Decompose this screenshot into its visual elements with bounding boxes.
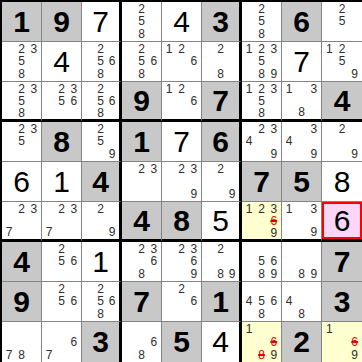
candidate-2: 2 — [135, 163, 147, 175]
empty-mark-slot — [123, 188, 135, 200]
cell-r9c3[interactable]: 3 — [82, 322, 122, 362]
empty-mark-slot — [43, 336, 55, 349]
empty-mark-slot — [243, 107, 255, 119]
empty-mark-slot — [28, 55, 40, 67]
given-digit: 4 — [133, 206, 150, 236]
candidate-1: 1 — [243, 43, 255, 55]
cell-r3c1[interactable]: 2358 — [2, 82, 42, 122]
empty-mark-slot — [255, 323, 267, 336]
candidate-5: 5 — [55, 255, 67, 267]
cell-r5c2[interactable]: 1 — [42, 162, 82, 202]
pencil-marks: 256 — [43, 243, 80, 280]
cell-r4c5[interactable]: 7 — [162, 122, 202, 162]
empty-mark-slot — [295, 148, 307, 160]
empty-mark-slot — [3, 323, 15, 336]
solved-digit: 7 — [92, 7, 109, 37]
empty-mark-slot — [28, 68, 40, 80]
cell-r6c7[interactable]: 12369 — [242, 202, 282, 242]
solved-digit: 5 — [212, 206, 229, 236]
empty-mark-slot — [255, 283, 267, 295]
solved-digit: 6 — [334, 206, 351, 236]
cell-r8c3[interactable]: 2568 — [82, 282, 122, 322]
empty-mark-slot — [95, 148, 107, 160]
empty-mark-slot — [308, 106, 320, 118]
candidate-2: 2 — [336, 123, 349, 135]
empty-mark-slot — [163, 175, 175, 187]
empty-mark-slot — [255, 243, 267, 255]
empty-mark-slot — [255, 135, 267, 147]
empty-mark-slot — [163, 95, 175, 107]
given-digit: 7 — [133, 287, 150, 317]
empty-mark-slot — [295, 123, 307, 135]
cell-r3c7[interactable]: 12358 — [242, 82, 282, 122]
pencil-marks: 89 — [283, 243, 320, 280]
empty-mark-slot — [203, 55, 215, 67]
empty-mark-slot — [123, 323, 135, 336]
pencil-marks: 237 — [43, 203, 80, 238]
empty-mark-slot — [83, 43, 95, 55]
empty-mark-slot — [43, 83, 55, 95]
empty-mark-slot — [268, 243, 280, 255]
cell-r3c9[interactable]: 4 — [322, 82, 362, 122]
empty-mark-slot — [3, 203, 15, 215]
empty-mark-slot — [336, 348, 349, 361]
empty-mark-slot — [15, 323, 27, 336]
given-digit: 4 — [13, 247, 30, 277]
pencil-marks: 258 — [123, 3, 160, 40]
candidate-8: 8 — [255, 348, 267, 361]
cell-r6c3[interactable]: 29 — [82, 202, 122, 242]
cell-r4c4[interactable]: 1 — [122, 122, 162, 162]
cell-r4c2[interactable]: 8 — [42, 122, 82, 162]
cell-r8c4[interactable]: 7 — [122, 282, 162, 322]
empty-mark-slot — [283, 243, 295, 255]
candidate-9: 9 — [268, 148, 280, 160]
candidate-3: 3 — [28, 83, 40, 95]
given-digit: 4 — [334, 86, 351, 116]
empty-mark-slot — [43, 295, 55, 307]
empty-mark-slot — [336, 68, 349, 80]
empty-mark-slot — [83, 215, 95, 226]
empty-mark-slot — [243, 268, 255, 280]
cell-r6c6[interactable]: 5 — [202, 202, 242, 242]
empty-mark-slot — [163, 163, 175, 175]
pencil-marks: 2568 — [83, 43, 118, 80]
cell-r6c8[interactable]: 139 — [282, 202, 322, 242]
empty-mark-slot — [135, 175, 147, 187]
candidate-2: 2 — [135, 43, 147, 55]
empty-mark-slot — [83, 148, 95, 160]
candidate-6: 6 — [68, 95, 80, 107]
given-digit: 1 — [212, 287, 229, 317]
candidate-9: 9 — [348, 68, 361, 80]
empty-mark-slot — [243, 227, 255, 239]
cell-r2c1[interactable]: 2358 — [2, 42, 42, 82]
empty-mark-slot — [175, 295, 187, 307]
cell-r6c5[interactable]: 8 — [162, 202, 202, 242]
empty-mark-slot — [163, 268, 175, 280]
solved-digit: 7 — [293, 47, 310, 77]
candidate-6: 6 — [348, 336, 361, 349]
candidate-2: 2 — [15, 123, 27, 135]
empty-mark-slot — [83, 107, 95, 119]
given-digit: 5 — [173, 327, 190, 357]
candidate-2: 2 — [95, 203, 107, 215]
empty-mark-slot — [123, 268, 135, 280]
empty-mark-slot — [323, 55, 336, 67]
empty-mark-slot — [226, 43, 238, 55]
candidate-3: 3 — [148, 243, 160, 255]
empty-mark-slot — [148, 15, 160, 27]
candidate-8: 8 — [95, 107, 107, 119]
cell-r2c6[interactable]: 28 — [202, 42, 242, 82]
cell-r9c9[interactable]: 169 — [322, 322, 362, 362]
empty-mark-slot — [336, 336, 349, 349]
empty-mark-slot — [295, 243, 307, 255]
cell-r2c3[interactable]: 2568 — [82, 42, 122, 82]
solved-digit: 1 — [53, 167, 70, 197]
empty-mark-slot — [215, 255, 227, 267]
empty-mark-slot — [203, 175, 215, 187]
empty-mark-slot — [295, 226, 307, 238]
empty-mark-slot — [15, 226, 27, 238]
empty-mark-slot — [323, 68, 336, 80]
solved-digit: 4 — [53, 47, 70, 77]
empty-mark-slot — [83, 95, 95, 107]
cell-r3c2[interactable]: 2356 — [42, 82, 82, 122]
candidate-3: 3 — [308, 123, 320, 135]
cell-r7c4[interactable]: 2368 — [122, 242, 162, 282]
empty-mark-slot — [295, 135, 307, 147]
empty-mark-slot — [226, 255, 238, 267]
empty-mark-slot — [3, 95, 15, 107]
cell-r6c4[interactable]: 4 — [122, 202, 162, 242]
candidate-9: 9 — [268, 227, 280, 239]
cell-r7c8[interactable]: 89 — [282, 242, 322, 282]
cell-r4c6[interactable]: 6 — [202, 122, 242, 162]
empty-mark-slot — [295, 295, 307, 307]
cell-r8c6[interactable]: 1 — [202, 282, 242, 322]
empty-mark-slot — [83, 123, 95, 135]
empty-mark-slot — [203, 268, 215, 280]
candidate-8: 8 — [255, 68, 267, 80]
empty-mark-slot — [295, 255, 307, 267]
candidate-8: 8 — [135, 348, 147, 361]
empty-mark-slot — [268, 323, 280, 336]
candidate-2: 2 — [255, 43, 267, 55]
candidate-8: 8 — [95, 308, 107, 320]
empty-mark-slot — [308, 95, 320, 106]
pencil-marks: 123589 — [243, 43, 280, 80]
empty-mark-slot — [308, 135, 320, 147]
candidate-6: 6 — [106, 95, 118, 107]
given-digit: 8 — [53, 127, 70, 157]
candidate-7: 7 — [3, 348, 15, 361]
candidate-1: 1 — [323, 43, 336, 55]
cell-r9c8[interactable]: 2 — [282, 322, 322, 362]
empty-mark-slot — [295, 215, 307, 226]
empty-mark-slot — [283, 95, 295, 106]
empty-mark-slot — [323, 336, 336, 349]
empty-mark-slot — [255, 148, 267, 160]
cell-r5c7[interactable]: 7 — [242, 162, 282, 202]
empty-mark-slot — [283, 255, 295, 267]
cell-r5c4[interactable]: 23 — [122, 162, 162, 202]
solved-digit: 6 — [13, 167, 30, 197]
empty-mark-slot — [175, 268, 187, 280]
candidate-9: 9 — [226, 268, 238, 280]
candidate-5: 5 — [95, 135, 107, 147]
cell-r2c4[interactable]: 2568 — [122, 42, 162, 82]
cell-r7c9[interactable]: 7 — [322, 242, 362, 282]
empty-mark-slot — [3, 135, 15, 147]
pencil-marks: 2568 — [83, 283, 118, 320]
cell-r8c8[interactable]: 48 — [282, 282, 322, 322]
candidate-2: 2 — [15, 203, 27, 215]
candidate-1: 1 — [283, 83, 295, 95]
cell-r8c5[interactable]: 26 — [162, 282, 202, 322]
candidate-9: 9 — [188, 268, 200, 280]
pencil-marks: 259 — [83, 123, 118, 160]
cell-r6c1[interactable]: 237 — [2, 202, 42, 242]
empty-mark-slot — [283, 106, 295, 118]
candidate-9: 9 — [268, 268, 280, 280]
empty-mark-slot — [28, 323, 40, 336]
empty-mark-slot — [83, 135, 95, 147]
candidate-2: 2 — [215, 163, 227, 175]
cell-r2c9[interactable]: 1259 — [322, 42, 362, 82]
pencil-marks: 2568 — [83, 83, 118, 118]
pencil-marks: 289 — [203, 243, 238, 280]
cell-r1c6[interactable]: 3 — [202, 2, 242, 42]
empty-mark-slot — [163, 55, 175, 67]
candidate-1: 1 — [283, 203, 295, 215]
empty-mark-slot — [163, 308, 175, 320]
cell-r3c3[interactable]: 2568 — [82, 82, 122, 122]
candidate-6: 6 — [268, 295, 280, 307]
cell-r9c2[interactable]: 67 — [42, 322, 82, 362]
given-digit: 9 — [133, 86, 150, 116]
cell-r1c9[interactable]: 25 — [322, 2, 362, 42]
empty-mark-slot — [175, 308, 187, 320]
empty-mark-slot — [203, 243, 215, 255]
candidate-5: 5 — [95, 55, 107, 67]
candidate-2: 2 — [55, 283, 67, 295]
cell-r1c3[interactable]: 7 — [82, 2, 122, 42]
candidate-3: 3 — [268, 43, 280, 55]
empty-mark-slot — [3, 107, 15, 119]
cell-r3c4[interactable]: 9 — [122, 82, 162, 122]
pencil-marks: 29 — [203, 163, 238, 200]
cell-r7c7[interactable]: 5689 — [242, 242, 282, 282]
given-digit: 3 — [334, 287, 351, 317]
empty-mark-slot — [135, 336, 147, 349]
empty-mark-slot — [348, 28, 361, 40]
empty-mark-slot — [83, 226, 95, 238]
empty-mark-slot — [268, 283, 280, 295]
pencil-marks: 1259 — [323, 43, 361, 80]
pencil-marks: 1689 — [243, 323, 280, 361]
cell-r5c9[interactable]: 8 — [322, 162, 362, 202]
cell-r5c3[interactable]: 4 — [82, 162, 122, 202]
candidate-5: 5 — [15, 55, 27, 67]
empty-mark-slot — [336, 135, 349, 147]
empty-mark-slot — [148, 43, 160, 55]
cell-r5c1[interactable]: 6 — [2, 162, 42, 202]
empty-mark-slot — [83, 295, 95, 307]
empty-mark-slot — [243, 255, 255, 267]
empty-mark-slot — [163, 188, 175, 200]
cell-r4c9[interactable]: 29 — [322, 122, 362, 162]
empty-mark-slot — [83, 308, 95, 320]
pencil-marks: 235 — [3, 123, 40, 160]
given-digit: 1 — [133, 127, 150, 157]
empty-mark-slot — [323, 123, 336, 135]
empty-mark-slot — [203, 188, 215, 200]
candidate-6: 6 — [188, 255, 200, 267]
empty-mark-slot — [226, 55, 238, 67]
cell-r7c1[interactable]: 4 — [2, 242, 42, 282]
cell-r3c6[interactable]: 7 — [202, 82, 242, 122]
empty-mark-slot — [203, 43, 215, 55]
given-digit: 2 — [293, 327, 310, 357]
empty-mark-slot — [243, 243, 255, 255]
candidate-2: 2 — [175, 43, 187, 55]
cell-r5c6[interactable]: 29 — [202, 162, 242, 202]
empty-mark-slot — [135, 255, 147, 267]
empty-mark-slot — [123, 163, 135, 175]
empty-mark-slot — [148, 175, 160, 187]
candidate-2: 2 — [15, 43, 27, 55]
empty-mark-slot — [106, 123, 118, 135]
cell-r8c1[interactable]: 9 — [2, 282, 42, 322]
candidate-3: 3 — [308, 83, 320, 95]
cell-r9c7[interactable]: 1689 — [242, 322, 282, 362]
empty-mark-slot — [203, 163, 215, 175]
pencil-marks: 2368 — [123, 243, 160, 280]
candidate-2: 2 — [215, 243, 227, 255]
candidate-1: 1 — [243, 323, 255, 336]
pencil-marks: 258 — [243, 3, 280, 40]
cell-r1c1[interactable]: 1 — [2, 2, 42, 42]
cell-r9c1[interactable]: 78 — [2, 322, 42, 362]
cell-r9c6[interactable]: 4 — [202, 322, 242, 362]
candidate-5: 5 — [255, 295, 267, 307]
empty-mark-slot — [68, 226, 80, 238]
cell-r7c3[interactable]: 1 — [82, 242, 122, 282]
empty-mark-slot — [3, 55, 15, 67]
empty-mark-slot — [348, 43, 361, 55]
cell-r7c5[interactable]: 2369 — [162, 242, 202, 282]
candidate-8: 8 — [295, 308, 307, 320]
empty-mark-slot — [55, 215, 67, 226]
cell-r5c8[interactable]: 5 — [282, 162, 322, 202]
candidate-6: 6 — [148, 55, 160, 67]
cell-r2c2[interactable]: 4 — [42, 42, 82, 82]
candidate-5: 5 — [55, 95, 67, 107]
empty-mark-slot — [203, 255, 215, 267]
cell-r9c5[interactable]: 5 — [162, 322, 202, 362]
cell-r2c7[interactable]: 123589 — [242, 42, 282, 82]
empty-mark-slot — [243, 95, 255, 107]
pencil-marks: 2358 — [3, 43, 40, 80]
empty-mark-slot — [123, 15, 135, 27]
candidate-6: 6 — [106, 55, 118, 67]
candidate-3: 3 — [268, 123, 280, 135]
cell-r7c2[interactable]: 256 — [42, 242, 82, 282]
cell-r4c7[interactable]: 2349 — [242, 122, 282, 162]
candidate-8: 8 — [295, 106, 307, 118]
cell-r8c2[interactable]: 256 — [42, 282, 82, 322]
empty-mark-slot — [348, 55, 361, 67]
given-digit: 7 — [334, 247, 351, 277]
pencil-marks: 349 — [283, 123, 320, 160]
empty-mark-slot — [348, 323, 361, 336]
pencil-marks: 237 — [3, 203, 40, 238]
cell-r2c5[interactable]: 126 — [162, 42, 202, 82]
candidate-5: 5 — [55, 295, 67, 307]
solved-digit: 7 — [173, 127, 190, 157]
cell-r4c1[interactable]: 235 — [2, 122, 42, 162]
empty-mark-slot — [175, 107, 187, 118]
empty-mark-slot — [28, 148, 40, 160]
candidate-2: 2 — [55, 243, 67, 255]
candidate-8: 8 — [135, 28, 147, 40]
candidate-3: 3 — [148, 163, 160, 175]
cell-r6c9[interactable]: 6 — [322, 202, 362, 242]
empty-mark-slot — [68, 323, 80, 336]
candidate-1: 1 — [243, 83, 255, 95]
cell-r8c9[interactable]: 3 — [322, 282, 362, 322]
candidate-8: 8 — [215, 68, 227, 80]
candidate-9: 9 — [226, 188, 238, 200]
empty-mark-slot — [348, 123, 361, 135]
candidate-6: 6 — [268, 336, 280, 349]
cell-r4c3[interactable]: 259 — [82, 122, 122, 162]
pencil-marks: 2349 — [243, 123, 280, 160]
cell-r3c8[interactable]: 138 — [282, 82, 322, 122]
empty-mark-slot — [3, 336, 15, 349]
cell-r1c7[interactable]: 258 — [242, 2, 282, 42]
candidate-3: 3 — [28, 123, 40, 135]
candidate-3: 3 — [28, 203, 40, 215]
empty-mark-slot — [243, 336, 255, 349]
candidate-2: 2 — [175, 243, 187, 255]
empty-mark-slot — [336, 148, 349, 160]
cell-r4c8[interactable]: 349 — [282, 122, 322, 162]
cell-r3c5[interactable]: 126 — [162, 82, 202, 122]
empty-mark-slot — [148, 3, 160, 15]
cell-r8c7[interactable]: 4568 — [242, 282, 282, 322]
empty-mark-slot — [226, 243, 238, 255]
pencil-marks: 29 — [83, 203, 118, 238]
empty-mark-slot — [55, 226, 67, 238]
empty-mark-slot — [28, 336, 40, 349]
empty-mark-slot — [68, 107, 80, 118]
cell-r2c8[interactable]: 7 — [282, 42, 322, 82]
empty-mark-slot — [148, 188, 160, 200]
empty-mark-slot — [163, 255, 175, 267]
cell-r1c8[interactable]: 6 — [282, 2, 322, 42]
cell-r1c4[interactable]: 258 — [122, 2, 162, 42]
cell-r1c2[interactable]: 9 — [42, 2, 82, 42]
cell-r7c6[interactable]: 289 — [202, 242, 242, 282]
cell-r5c5[interactable]: 239 — [162, 162, 202, 202]
cell-r6c2[interactable]: 237 — [42, 202, 82, 242]
cell-r9c4[interactable]: 68 — [122, 322, 162, 362]
empty-mark-slot — [323, 28, 336, 40]
cell-r1c5[interactable]: 4 — [162, 2, 202, 42]
